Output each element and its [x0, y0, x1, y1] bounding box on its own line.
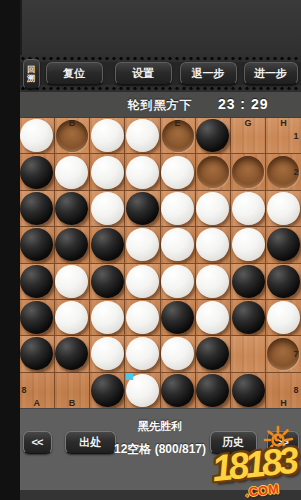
cell-D8[interactable] — [125, 373, 159, 408]
cell-F4[interactable] — [196, 227, 230, 262]
black-disc — [161, 301, 194, 334]
black-disc — [20, 337, 53, 370]
cell-B1[interactable]: B — [55, 118, 89, 153]
coordinate-label: 8 — [22, 385, 27, 395]
coordinate-label: 1 — [293, 131, 298, 141]
board: BEGH127A8BH8 — [20, 117, 301, 408]
cell-H3[interactable] — [266, 191, 300, 226]
black-disc — [232, 265, 265, 298]
cell-G4[interactable] — [231, 227, 265, 262]
coordinate-label: H — [266, 118, 300, 128]
white-disc — [91, 192, 124, 225]
black-disc — [91, 374, 124, 407]
cell-E8[interactable] — [161, 373, 195, 408]
black-disc — [91, 265, 124, 298]
white-disc — [91, 337, 124, 370]
white-disc — [91, 156, 124, 189]
cell-G7[interactable] — [231, 336, 265, 371]
cell-B7[interactable] — [55, 336, 89, 371]
fast-forward-button[interactable]: >> — [267, 431, 299, 454]
white-disc — [161, 265, 194, 298]
white-disc — [126, 156, 159, 189]
cell-G2[interactable] — [231, 154, 265, 189]
coordinate-label: 8 — [293, 385, 298, 395]
white-disc — [161, 192, 194, 225]
coordinate-label: H — [266, 398, 300, 408]
white-disc — [55, 156, 88, 189]
perforation-strip-top — [20, 55, 301, 62]
black-disc — [20, 301, 53, 334]
black-disc — [267, 228, 300, 261]
white-disc — [55, 265, 88, 298]
history-button[interactable]: 历史 — [210, 431, 257, 454]
black-disc — [196, 374, 229, 407]
cell-C8[interactable] — [90, 373, 124, 408]
cell-A1[interactable] — [20, 118, 54, 153]
cell-C7[interactable] — [90, 336, 124, 371]
cell-A8[interactable]: A8 — [20, 373, 54, 408]
coordinate-label: 2 — [293, 167, 298, 177]
black-disc — [126, 192, 159, 225]
cell-H4[interactable] — [266, 227, 300, 262]
black-disc — [161, 374, 194, 407]
white-disc — [55, 301, 88, 334]
cell-B3[interactable] — [55, 191, 89, 226]
white-disc — [126, 119, 159, 152]
cell-B5[interactable] — [55, 264, 89, 299]
white-disc — [267, 301, 300, 334]
black-disc — [55, 337, 88, 370]
white-disc — [20, 119, 53, 152]
coordinate-label: B — [55, 118, 89, 128]
cell-G1[interactable]: G — [231, 118, 265, 153]
black-disc — [91, 228, 124, 261]
cell-G3[interactable] — [231, 191, 265, 226]
cell-D1[interactable] — [125, 118, 159, 153]
coordinate-label: G — [231, 118, 265, 128]
white-disc — [126, 265, 159, 298]
white-disc — [161, 337, 194, 370]
cell-H6[interactable] — [266, 300, 300, 335]
toolbar: 回溯 复位 设置 退一步 进一步 — [20, 55, 301, 92]
cell-G6[interactable] — [231, 300, 265, 335]
cell-C6[interactable] — [90, 300, 124, 335]
cell-D4[interactable] — [125, 227, 159, 262]
coordinate-label: E — [161, 118, 195, 128]
white-disc — [196, 265, 229, 298]
backtrack-button[interactable]: 回溯 — [23, 59, 40, 89]
cell-A5[interactable] — [20, 264, 54, 299]
white-disc — [267, 192, 300, 225]
white-disc — [232, 228, 265, 261]
cell-B6[interactable] — [55, 300, 89, 335]
white-disc — [196, 228, 229, 261]
cell-E7[interactable] — [161, 336, 195, 371]
cell-D5[interactable] — [125, 264, 159, 299]
black-disc — [55, 192, 88, 225]
cell-A6[interactable] — [20, 300, 54, 335]
cell-D2[interactable] — [125, 154, 159, 189]
step-forward-button[interactable]: 进一步 — [244, 62, 298, 85]
cell-F1[interactable] — [196, 118, 230, 153]
cell-A2[interactable] — [20, 154, 54, 189]
cell-E4[interactable] — [161, 227, 195, 262]
cell-C1[interactable] — [90, 118, 124, 153]
cell-F2[interactable] — [196, 154, 230, 189]
app-window: 回溯 复位 设置 退一步 进一步 轮到黑方下 23 : 29 BEGH127A8… — [20, 0, 301, 500]
cell-F8[interactable] — [196, 373, 230, 408]
top-blank-area — [20, 0, 301, 55]
black-disc — [267, 265, 300, 298]
cell-F7[interactable] — [196, 336, 230, 371]
cell-D3[interactable] — [125, 191, 159, 226]
fast-back-button[interactable]: << — [23, 431, 52, 454]
cell-E2[interactable] — [161, 154, 195, 189]
puzzle-info: 黑先胜利 12空格 (800/817) — [100, 409, 221, 458]
black-disc — [55, 228, 88, 261]
white-disc — [161, 156, 194, 189]
white-disc — [126, 228, 159, 261]
cell-C5[interactable] — [90, 264, 124, 299]
cell-E1[interactable]: E — [161, 118, 195, 153]
cell-H2[interactable]: 2 — [266, 154, 300, 189]
cell-F6[interactable] — [196, 300, 230, 335]
legal-move-hole — [232, 156, 264, 188]
cell-B2[interactable] — [55, 154, 89, 189]
white-disc — [196, 301, 229, 334]
white-disc — [126, 337, 159, 370]
bottom-blank-strip — [20, 490, 301, 500]
cell-G8[interactable] — [231, 373, 265, 408]
white-disc — [196, 192, 229, 225]
cell-B4[interactable] — [55, 227, 89, 262]
cell-F5[interactable] — [196, 264, 230, 299]
black-disc — [232, 301, 265, 334]
cell-C2[interactable] — [90, 154, 124, 189]
cell-A4[interactable] — [20, 227, 54, 262]
white-disc — [161, 228, 194, 261]
black-disc — [20, 192, 53, 225]
settings-button[interactable]: 设置 — [115, 62, 172, 85]
reset-button[interactable]: 复位 — [46, 62, 103, 85]
black-disc — [20, 156, 53, 189]
bottom-panel: << 出处 黑先胜利 12空格 (800/817) 历史 >> — [20, 408, 301, 490]
cell-B8[interactable]: B — [55, 373, 89, 408]
cell-F3[interactable] — [196, 191, 230, 226]
cell-E6[interactable] — [161, 300, 195, 335]
empty-squares-progress: 12空格 (800/817) — [100, 441, 221, 458]
black-disc — [20, 265, 53, 298]
black-disc — [196, 337, 229, 370]
cell-A7[interactable] — [20, 336, 54, 371]
white-disc — [91, 119, 124, 152]
puzzle-result-text: 黑先胜利 — [100, 419, 221, 434]
black-disc — [196, 119, 229, 152]
status-bar: 轮到黑方下 23 : 29 — [20, 92, 301, 117]
white-disc — [126, 301, 159, 334]
step-back-button[interactable]: 退一步 — [180, 62, 237, 85]
black-disc — [232, 374, 265, 407]
cell-H8[interactable]: H8 — [266, 373, 300, 408]
cell-E5[interactable] — [161, 264, 195, 299]
cell-H1[interactable]: H1 — [266, 118, 300, 153]
game-timer: 23 : 29 — [218, 96, 269, 112]
coordinate-label: 7 — [293, 349, 298, 359]
cell-A3[interactable] — [20, 191, 54, 226]
coordinate-label: B — [55, 398, 89, 408]
cell-C4[interactable] — [90, 227, 124, 262]
cell-C3[interactable] — [90, 191, 124, 226]
white-disc — [232, 192, 265, 225]
black-disc — [20, 228, 53, 261]
last-move-marker — [126, 373, 133, 380]
cell-H7[interactable]: 7 — [266, 336, 300, 371]
cell-D6[interactable] — [125, 300, 159, 335]
cell-H5[interactable] — [266, 264, 300, 299]
perforation-strip-bottom — [20, 85, 301, 92]
legal-move-hole — [197, 156, 229, 188]
coordinate-label: A — [20, 398, 54, 408]
cell-G5[interactable] — [231, 264, 265, 299]
white-disc — [91, 301, 124, 334]
cell-D7[interactable] — [125, 336, 159, 371]
cell-E3[interactable] — [161, 191, 195, 226]
